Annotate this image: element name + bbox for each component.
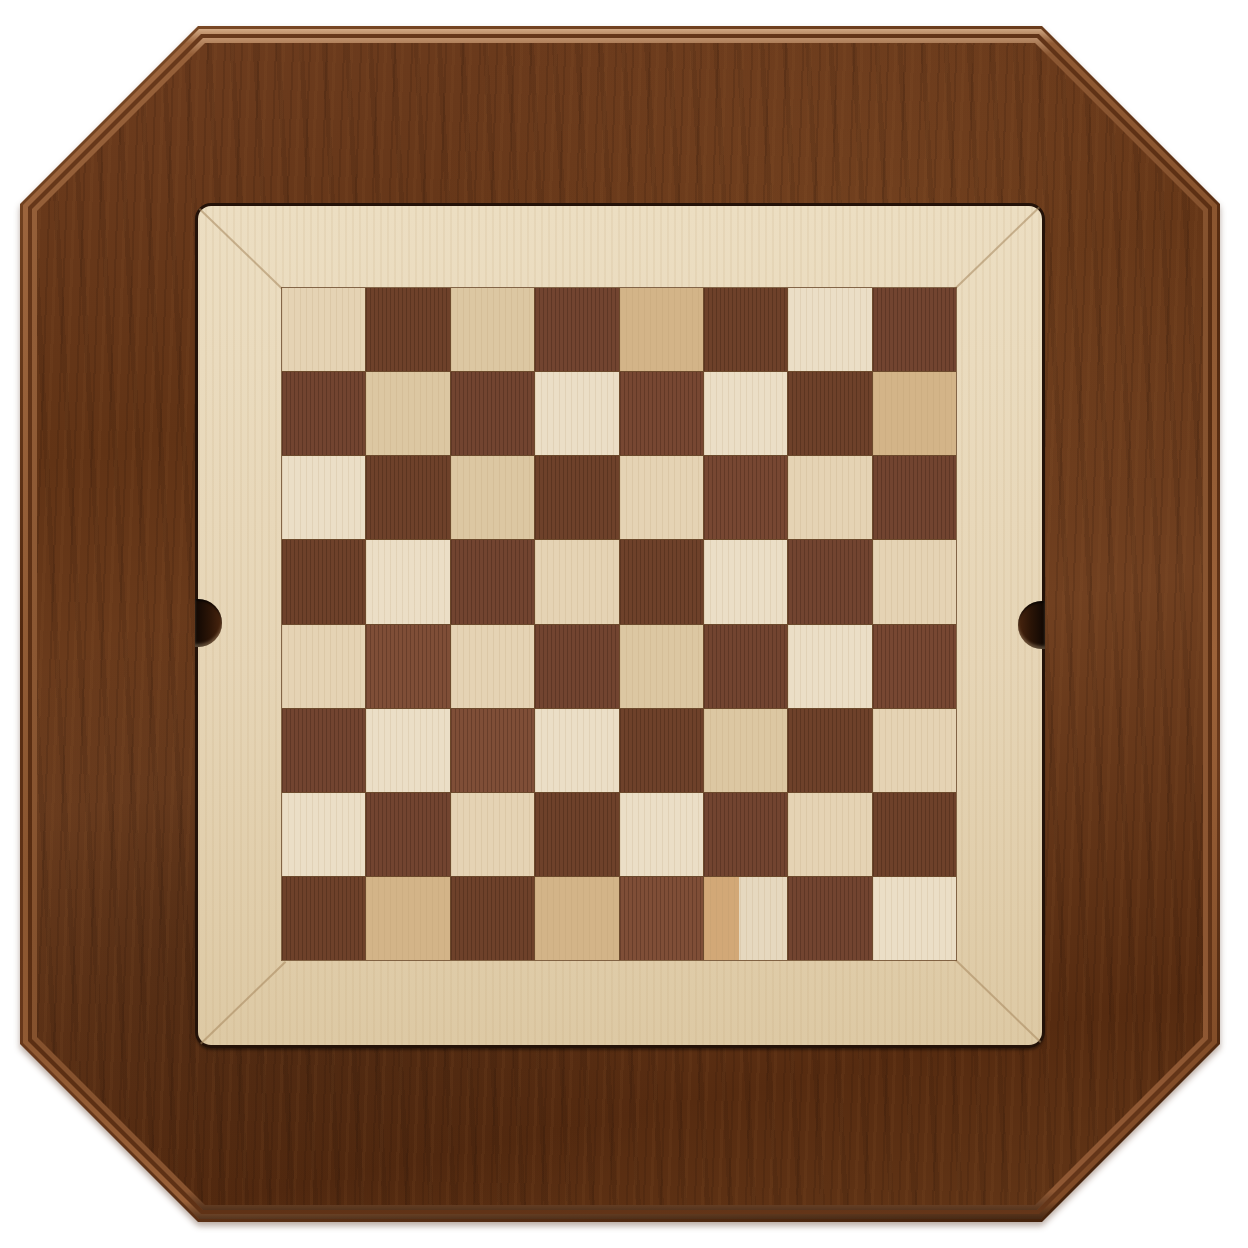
square-g1[interactable] (788, 877, 871, 960)
square-b6[interactable] (366, 456, 449, 539)
square-h6[interactable] (873, 456, 956, 539)
square-d3[interactable] (535, 709, 618, 792)
game-table-top (20, 26, 1220, 1222)
square-b8[interactable] (366, 288, 449, 371)
square-b4[interactable] (366, 625, 449, 708)
square-a3[interactable] (282, 709, 365, 792)
square-d7[interactable] (535, 372, 618, 455)
square-f3[interactable] (704, 709, 787, 792)
square-g2[interactable] (788, 793, 871, 876)
square-c5[interactable] (451, 540, 534, 623)
square-a5[interactable] (282, 540, 365, 623)
square-g7[interactable] (788, 372, 871, 455)
square-e3[interactable] (620, 709, 703, 792)
square-h4[interactable] (873, 625, 956, 708)
square-e4[interactable] (620, 625, 703, 708)
square-d5[interactable] (535, 540, 618, 623)
square-f6[interactable] (704, 456, 787, 539)
maple-border-miter-top-right (954, 207, 1040, 290)
square-f4[interactable] (704, 625, 787, 708)
square-e5[interactable] (620, 540, 703, 623)
right-finger-pull-notch[interactable] (1018, 601, 1045, 649)
square-g5[interactable] (788, 540, 871, 623)
square-f5[interactable] (704, 540, 787, 623)
square-c8[interactable] (451, 288, 534, 371)
maple-border-miter-bottom-left (200, 961, 286, 1044)
square-c4[interactable] (451, 625, 534, 708)
square-f8[interactable] (704, 288, 787, 371)
square-f7[interactable] (704, 372, 787, 455)
square-h2[interactable] (873, 793, 956, 876)
square-d8[interactable] (535, 288, 618, 371)
left-finger-pull-notch[interactable] (195, 599, 222, 647)
square-g3[interactable] (788, 709, 871, 792)
square-g8[interactable] (788, 288, 871, 371)
square-a4[interactable] (282, 625, 365, 708)
square-b2[interactable] (366, 793, 449, 876)
square-a7[interactable] (282, 372, 365, 455)
square-a2[interactable] (282, 793, 365, 876)
maple-border-miter-top-left (199, 208, 285, 291)
square-g6[interactable] (788, 456, 871, 539)
square-h3[interactable] (873, 709, 956, 792)
square-a6[interactable] (282, 456, 365, 539)
square-g4[interactable] (788, 625, 871, 708)
game-board-insert (195, 203, 1045, 1048)
square-c2[interactable] (451, 793, 534, 876)
square-e6[interactable] (620, 456, 703, 539)
square-c7[interactable] (451, 372, 534, 455)
square-e7[interactable] (620, 372, 703, 455)
square-h7[interactable] (873, 372, 956, 455)
square-b5[interactable] (366, 540, 449, 623)
square-h8[interactable] (873, 288, 956, 371)
page-background: { "game": "chess", "scene": "Overhead pr… (0, 0, 1248, 1248)
square-d4[interactable] (535, 625, 618, 708)
square-b3[interactable] (366, 709, 449, 792)
square-c3[interactable] (451, 709, 534, 792)
square-f1[interactable] (704, 877, 787, 960)
square-b7[interactable] (366, 372, 449, 455)
square-c1[interactable] (451, 877, 534, 960)
square-e1[interactable] (620, 877, 703, 960)
square-e8[interactable] (620, 288, 703, 371)
square-h1[interactable] (873, 877, 956, 960)
square-e2[interactable] (620, 793, 703, 876)
square-a1[interactable] (282, 877, 365, 960)
square-b1[interactable] (366, 877, 449, 960)
square-d1[interactable] (535, 877, 618, 960)
square-a8[interactable] (282, 288, 365, 371)
square-d6[interactable] (535, 456, 618, 539)
maple-border-miter-bottom-right (955, 960, 1041, 1043)
square-c6[interactable] (451, 456, 534, 539)
square-h5[interactable] (873, 540, 956, 623)
chess-board (282, 288, 956, 960)
square-d2[interactable] (535, 793, 618, 876)
square-f2[interactable] (704, 793, 787, 876)
